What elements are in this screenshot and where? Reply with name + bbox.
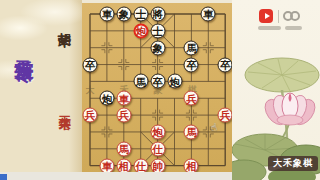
piece-black-將[interactable]: 將	[150, 7, 165, 22]
piece-red-馬[interactable]: 馬	[116, 141, 131, 156]
bottom-strip	[0, 172, 232, 180]
xiangqi-board[interactable]: 大禾象棋 車象士將車炮士象馬卒卒卒馬卒炮炮車兵兵兵兵炮馬馬仕車相仕帥相 九八七六…	[82, 3, 232, 173]
right-panel: 大禾象棋	[232, 0, 320, 180]
river-watermark-char: 大	[86, 83, 95, 96]
piece-red-仕[interactable]: 仕	[150, 141, 165, 156]
piece-red-兵[interactable]: 兵	[83, 108, 98, 123]
left-caption-panel: 反宫马专辑 胡荣华 王荣塔	[0, 0, 82, 173]
piece-red-馬[interactable]: 馬	[184, 124, 199, 139]
piece-red-兵[interactable]: 兵	[218, 108, 233, 123]
video-frame: 反宫马专辑 胡荣华 王荣塔 大禾象棋 車象士將車炮士象馬卒卒卒馬卒炮炮車兵兵兵兵…	[0, 0, 320, 180]
player-name-red: 王荣塔	[56, 106, 73, 154]
piece-red-相[interactable]: 相	[116, 158, 131, 173]
piece-black-馬[interactable]: 馬	[184, 40, 199, 55]
series-title: 反宫马专辑	[12, 44, 38, 148]
corner-mark	[0, 174, 7, 180]
piece-black-象[interactable]: 象	[116, 7, 131, 22]
piece-black-馬[interactable]: 馬	[133, 74, 148, 89]
piece-red-車[interactable]: 車	[116, 91, 131, 106]
piece-red-帥[interactable]: 帥	[150, 158, 165, 173]
piece-black-炮[interactable]: 炮	[167, 74, 182, 89]
watermark-divider	[278, 10, 279, 23]
channel-watermark	[232, 0, 320, 34]
piece-black-車[interactable]: 車	[99, 7, 114, 22]
piece-black-炮[interactable]: 炮	[99, 91, 114, 106]
watermark-subtext	[285, 26, 302, 30]
piece-red-炮[interactable]: 炮	[150, 124, 165, 139]
player-name-black: 胡荣华	[55, 22, 73, 72]
piece-red-炮[interactable]: 炮	[133, 23, 148, 38]
infinity-logo-icon	[290, 11, 300, 21]
piece-red-相[interactable]: 相	[184, 158, 199, 173]
piece-red-仕[interactable]: 仕	[133, 158, 148, 173]
piece-black-卒[interactable]: 卒	[218, 57, 233, 72]
piece-black-卒[interactable]: 卒	[150, 74, 165, 89]
piece-black-象[interactable]: 象	[150, 40, 165, 55]
piece-black-卒[interactable]: 卒	[83, 57, 98, 72]
channel-badge: 大禾象棋	[268, 156, 318, 171]
piece-black-車[interactable]: 車	[201, 7, 216, 22]
piece-red-兵[interactable]: 兵	[116, 108, 131, 123]
piece-red-兵[interactable]: 兵	[184, 91, 199, 106]
piece-black-卒[interactable]: 卒	[184, 57, 199, 72]
piece-red-車[interactable]: 車	[99, 158, 114, 173]
play-button-icon	[259, 9, 273, 23]
piece-black-士[interactable]: 士	[133, 7, 148, 22]
piece-black-士[interactable]: 士	[150, 23, 165, 38]
watermark-subtext	[258, 26, 281, 30]
